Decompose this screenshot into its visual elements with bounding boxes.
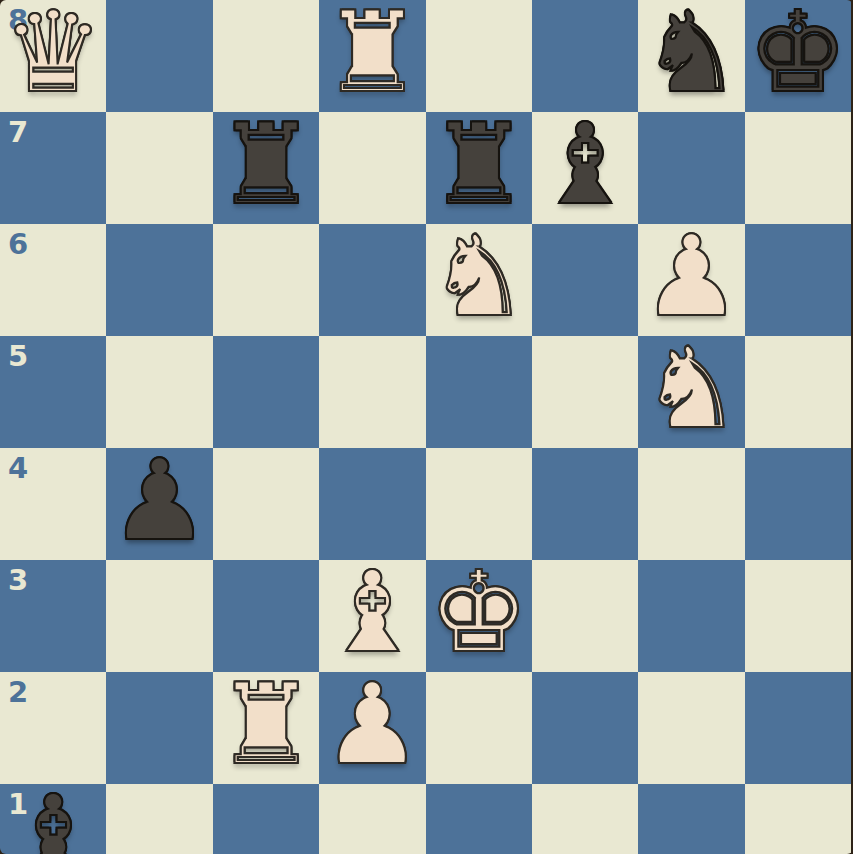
piece-white-pawn[interactable]: ♟	[322, 668, 422, 780]
rank-label-7: 7	[8, 118, 28, 147]
square-h1[interactable]: h	[745, 784, 851, 854]
square-a6[interactable]: 6	[0, 224, 106, 336]
piece-white-knight[interactable]: ♞	[428, 220, 528, 332]
rank-label-6: 6	[8, 230, 28, 259]
square-c2[interactable]: ♜	[213, 672, 319, 784]
square-f6[interactable]	[532, 224, 638, 336]
square-c8[interactable]	[213, 0, 319, 112]
piece-black-bishop[interactable]: ♝	[3, 780, 103, 854]
square-c4[interactable]	[213, 448, 319, 560]
square-g4[interactable]	[638, 448, 744, 560]
square-g6[interactable]: ♟	[638, 224, 744, 336]
piece-black-knight[interactable]: ♞	[641, 0, 741, 108]
board-frame: 8♛♜♞♚7♜♜♝6♞♟5♞4♟3♝♚2♜♟1a♝bcdefgh	[0, 0, 853, 854]
piece-white-knight[interactable]: ♞	[641, 332, 741, 444]
square-h7[interactable]	[745, 112, 851, 224]
rank-label-2: 2	[8, 678, 28, 707]
square-g2[interactable]	[638, 672, 744, 784]
square-f5[interactable]	[532, 336, 638, 448]
square-h3[interactable]	[745, 560, 851, 672]
square-b5[interactable]	[106, 336, 212, 448]
square-b7[interactable]	[106, 112, 212, 224]
square-e2[interactable]	[426, 672, 532, 784]
square-f8[interactable]	[532, 0, 638, 112]
rank-label-4: 4	[8, 454, 28, 483]
square-d8[interactable]: ♜	[319, 0, 425, 112]
square-g3[interactable]	[638, 560, 744, 672]
piece-white-bishop[interactable]: ♝	[322, 556, 422, 668]
rank-label-3: 3	[8, 566, 28, 595]
square-e5[interactable]	[426, 336, 532, 448]
square-c7[interactable]: ♜	[213, 112, 319, 224]
square-d1[interactable]: d	[319, 784, 425, 854]
square-a5[interactable]: 5	[0, 336, 106, 448]
square-e8[interactable]	[426, 0, 532, 112]
square-g5[interactable]: ♞	[638, 336, 744, 448]
square-f1[interactable]: f	[532, 784, 638, 854]
square-e6[interactable]: ♞	[426, 224, 532, 336]
piece-white-rook[interactable]: ♜	[216, 668, 316, 780]
piece-black-pawn[interactable]: ♟	[109, 444, 209, 556]
square-a7[interactable]: 7	[0, 112, 106, 224]
piece-white-king[interactable]: ♚	[428, 556, 528, 668]
square-d5[interactable]	[319, 336, 425, 448]
square-d7[interactable]	[319, 112, 425, 224]
square-d3[interactable]: ♝	[319, 560, 425, 672]
square-c5[interactable]	[213, 336, 319, 448]
square-g1[interactable]: g	[638, 784, 744, 854]
square-b2[interactable]	[106, 672, 212, 784]
square-f4[interactable]	[532, 448, 638, 560]
square-b3[interactable]	[106, 560, 212, 672]
square-b1[interactable]: b	[106, 784, 212, 854]
square-h6[interactable]	[745, 224, 851, 336]
piece-black-king[interactable]: ♚	[748, 0, 848, 108]
square-b6[interactable]	[106, 224, 212, 336]
square-e4[interactable]	[426, 448, 532, 560]
square-c3[interactable]	[213, 560, 319, 672]
square-f2[interactable]	[532, 672, 638, 784]
square-h2[interactable]	[745, 672, 851, 784]
square-f7[interactable]: ♝	[532, 112, 638, 224]
rank-label-5: 5	[8, 342, 28, 371]
square-a1[interactable]: 1a♝	[0, 784, 106, 854]
square-e3[interactable]: ♚	[426, 560, 532, 672]
square-f3[interactable]	[532, 560, 638, 672]
piece-white-queen[interactable]: ♛	[3, 0, 103, 108]
piece-black-bishop[interactable]: ♝	[535, 108, 635, 220]
square-a2[interactable]: 2	[0, 672, 106, 784]
square-a4[interactable]: 4	[0, 448, 106, 560]
square-h4[interactable]	[745, 448, 851, 560]
square-e7[interactable]: ♜	[426, 112, 532, 224]
piece-black-rook[interactable]: ♜	[216, 108, 316, 220]
square-b8[interactable]	[106, 0, 212, 112]
square-h5[interactable]	[745, 336, 851, 448]
square-e1[interactable]: e	[426, 784, 532, 854]
piece-black-rook[interactable]: ♜	[428, 108, 528, 220]
square-c6[interactable]	[213, 224, 319, 336]
square-a8[interactable]: 8♛	[0, 0, 106, 112]
square-g7[interactable]	[638, 112, 744, 224]
square-d6[interactable]	[319, 224, 425, 336]
square-g8[interactable]: ♞	[638, 0, 744, 112]
square-h8[interactable]: ♚	[745, 0, 851, 112]
piece-white-pawn[interactable]: ♟	[641, 220, 741, 332]
piece-white-rook[interactable]: ♜	[322, 0, 422, 108]
square-d2[interactable]: ♟	[319, 672, 425, 784]
square-c1[interactable]: c	[213, 784, 319, 854]
square-b4[interactable]: ♟	[106, 448, 212, 560]
chess-board: 8♛♜♞♚7♜♜♝6♞♟5♞4♟3♝♚2♜♟1a♝bcdefgh	[0, 0, 851, 850]
square-a3[interactable]: 3	[0, 560, 106, 672]
square-d4[interactable]	[319, 448, 425, 560]
